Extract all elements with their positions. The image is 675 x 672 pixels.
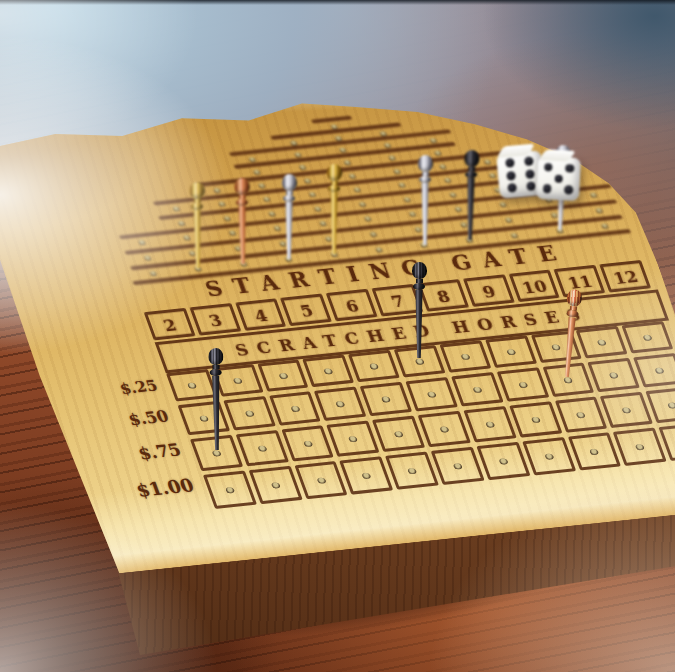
track-hole-h6-s4[interactable]: [308, 192, 316, 197]
track-hole-h6-s7[interactable]: [294, 152, 302, 157]
track-hole-h3-s3[interactable]: [178, 221, 186, 226]
track-hole-h7-s4[interactable]: [353, 187, 361, 192]
scratch-cell-$1.00-h9[interactable]: [522, 437, 576, 475]
horse-peg-black-7-scratched[interactable]: [410, 262, 428, 358]
track-hole-h10-s1[interactable]: [505, 217, 513, 222]
peg-hole: [316, 477, 326, 484]
peg-hole: [415, 358, 425, 365]
peg-head: [189, 182, 204, 199]
peg-stem: [420, 183, 430, 245]
cost-label-$.50: $.50: [126, 407, 171, 429]
track-hole-h9-s6[interactable]: [434, 150, 442, 155]
track-hole-h8-s4[interactable]: [399, 182, 407, 187]
track-hole-h9-s4[interactable]: [444, 178, 452, 183]
track-hole-h7-s1[interactable]: [370, 232, 378, 237]
scratch-cell-$.50-h8[interactable]: [451, 372, 504, 406]
track-hole-h8-s3[interactable]: [404, 197, 412, 202]
die-pip: [564, 185, 573, 194]
track-hole-h10-s2[interactable]: [500, 202, 508, 207]
cost-label-$.75: $.75: [135, 440, 183, 464]
scratch-cell-$.50-h11[interactable]: [588, 358, 641, 392]
peg-hole: [622, 407, 632, 414]
peg-hole: [518, 382, 528, 389]
track-hole-h5-s3[interactable]: [268, 211, 276, 216]
peg-hole: [225, 487, 235, 494]
die-pip: [506, 170, 516, 180]
peg-bead: [283, 195, 295, 202]
scratch-cell-$1.00-h10[interactable]: [568, 433, 622, 471]
scratch-cell-$1.00-h5[interactable]: [340, 457, 394, 495]
die-pip: [565, 164, 574, 173]
peg-hole: [453, 463, 463, 470]
peg-stem: [211, 376, 222, 450]
scratch-cell-$.25-h11[interactable]: [576, 326, 628, 359]
track-hole-h6-s6[interactable]: [298, 164, 306, 169]
scratch-cell-$.75-h11[interactable]: [600, 392, 653, 428]
gate-number-9: 9: [463, 274, 515, 306]
scratch-cell-$.25-h8[interactable]: [439, 340, 491, 373]
die-pip: [544, 163, 553, 172]
track-hole-h4-s4[interactable]: [218, 201, 226, 206]
scratch-cell-$.25-h5[interactable]: [303, 355, 355, 388]
die-pip: [543, 184, 552, 193]
peg-hole: [290, 406, 300, 413]
gate-number-10: 10: [508, 270, 560, 302]
peg-hole: [407, 467, 417, 474]
die-pip: [525, 169, 535, 179]
track-hole-h6-s5[interactable]: [303, 178, 311, 183]
cost-label-$1.00: $1.00: [133, 474, 196, 500]
track-hole-h8-s6[interactable]: [389, 155, 397, 160]
gate-number-3: 3: [189, 303, 241, 335]
scratch-cell-$.75-h10[interactable]: [555, 397, 608, 433]
horse-peg-silver-5-gate[interactable]: [280, 174, 298, 259]
peg-hole: [472, 386, 482, 393]
track-hole-h4-s5[interactable]: [213, 187, 221, 192]
scratch-cell-$.50-h5[interactable]: [314, 387, 367, 421]
scratch-cell-$.50-h6[interactable]: [360, 382, 413, 416]
peg-hole: [244, 410, 254, 417]
track-step-line: [311, 116, 352, 124]
scratch-cell-$.75-h5[interactable]: [327, 421, 380, 457]
peg-stem: [414, 290, 424, 358]
scratch-cell-$1.00-h8[interactable]: [476, 442, 530, 480]
peg-stem: [465, 178, 476, 240]
track-hole-h8-s7[interactable]: [384, 142, 392, 147]
scratch-cell-$.50-h12[interactable]: [633, 353, 675, 387]
scratch-cell-$.25-h9[interactable]: [485, 335, 537, 368]
peg-hole: [381, 396, 391, 403]
scratch-cell-$.75-h8[interactable]: [463, 406, 516, 442]
peg-hole: [439, 426, 449, 433]
peg-hole: [642, 334, 652, 341]
die-pip: [507, 183, 517, 193]
peg-head: [566, 289, 582, 307]
track-hole-h5-s7[interactable]: [248, 156, 256, 161]
horse-peg-gold-3-gate[interactable]: [188, 182, 207, 268]
track-hole-h7-s2[interactable]: [364, 216, 372, 221]
peg-hole: [531, 416, 541, 423]
die-pip: [527, 181, 537, 191]
peg-hole: [278, 372, 288, 379]
track-hole-h9-s3[interactable]: [449, 192, 457, 197]
peg-hole: [667, 402, 675, 409]
track-hole-h7-s6[interactable]: [343, 159, 351, 164]
track-hole-h5-s4[interactable]: [263, 197, 271, 202]
peg-hole: [323, 368, 333, 375]
gate-number-5: 5: [280, 294, 332, 326]
peg-hole: [336, 401, 346, 408]
scratch-cell-$1.00-h11[interactable]: [613, 428, 667, 466]
track-hole-h2-s0[interactable]: [149, 271, 157, 276]
track-hole-h3-s4[interactable]: [173, 206, 181, 211]
peg-stem: [192, 210, 203, 268]
die-top-face: [538, 149, 576, 161]
peg-bead: [566, 310, 579, 318]
peg-hole: [576, 412, 586, 419]
track-hole-h10-s0[interactable]: [511, 233, 519, 238]
die-pip: [505, 158, 515, 168]
track-hole-h12-s1[interactable]: [596, 208, 604, 213]
peg-head: [418, 155, 433, 172]
peg-stem: [562, 317, 577, 378]
peg-head: [464, 150, 479, 167]
scratch-cell-$.25-h6[interactable]: [348, 350, 400, 383]
track-hole-h5-s5[interactable]: [258, 183, 266, 188]
peg-hole: [348, 436, 358, 443]
peg-head: [282, 174, 297, 191]
track-hole-h9-s7[interactable]: [429, 137, 437, 142]
peg-stem: [284, 202, 294, 259]
track-hole-h7-s7[interactable]: [339, 147, 347, 152]
peg-hole: [427, 391, 437, 398]
peg-hole: [485, 421, 495, 428]
track-hole-h2-s1[interactable]: [144, 255, 152, 260]
scratch-cell-$.75-h9[interactable]: [509, 402, 562, 438]
die-pip: [554, 174, 563, 183]
peg-hole: [460, 353, 470, 360]
scratch-cell-$.75-h7[interactable]: [418, 411, 471, 447]
scratch-cell-$.50-h7[interactable]: [405, 377, 458, 412]
horse-peg-black-9-gate[interactable]: [461, 150, 481, 240]
peg-hole: [362, 472, 372, 479]
track-hole-h12-s0[interactable]: [601, 223, 609, 228]
horse-peg-silver-8-gate[interactable]: [416, 155, 434, 245]
peg-hole: [232, 377, 242, 384]
scratch-cell-$.75-h4[interactable]: [281, 426, 334, 462]
scratch-cell-$.25-h4[interactable]: [257, 359, 309, 392]
peg-hole: [498, 458, 508, 465]
peg-bead: [419, 176, 431, 183]
peg-hole: [563, 377, 573, 384]
peg-head: [234, 178, 249, 195]
peg-hole: [597, 339, 607, 346]
peg-stem: [237, 206, 248, 264]
track-hole-h8-s8[interactable]: [380, 131, 388, 136]
peg-hole: [655, 367, 665, 374]
scratch-cell-$.25-h12[interactable]: [622, 321, 674, 354]
gate-number-12: 12: [599, 260, 651, 292]
track-hole-h6-s3[interactable]: [313, 206, 321, 211]
peg-bead: [465, 171, 477, 178]
track-hole-h2-s2[interactable]: [138, 240, 146, 245]
track-hole-h7-s8[interactable]: [335, 135, 343, 140]
track-hole-h10-s4[interactable]: [489, 173, 497, 178]
track-hole-h8-s5[interactable]: [393, 168, 401, 173]
peg-head: [412, 262, 427, 279]
peg-bead: [413, 283, 425, 290]
peg-bead: [191, 203, 203, 210]
peg-stem: [329, 192, 339, 254]
die-showing-5[interactable]: [536, 156, 581, 201]
peg-hole: [394, 431, 404, 438]
scratch-cell-$1.00-h6[interactable]: [385, 452, 439, 490]
scratch-cell-$.50-h4[interactable]: [269, 392, 322, 427]
horse-peg-copper-4-gate[interactable]: [233, 178, 252, 264]
scratch-cell-$1.00-h3[interactable]: [249, 466, 303, 504]
peg-bead: [328, 185, 340, 192]
peg-hole: [187, 382, 197, 389]
track-hole-h7-s3[interactable]: [359, 202, 367, 207]
track-hole-h6-s8[interactable]: [289, 140, 297, 145]
track-hole-h4-s3[interactable]: [223, 216, 231, 221]
peg-hole: [212, 450, 222, 457]
die-pip: [524, 156, 534, 166]
track-hole-h9-s5[interactable]: [439, 164, 447, 169]
scratch-cell-$.50-h9[interactable]: [497, 368, 550, 402]
scratch-cell-$1.00-h7[interactable]: [431, 447, 485, 485]
peg-hole: [589, 448, 599, 455]
peg-hole: [544, 453, 554, 460]
peg-hole: [506, 348, 516, 355]
track-hole-h10-s5[interactable]: [484, 159, 492, 164]
peg-hole: [369, 363, 379, 370]
gate-number-6: 6: [326, 289, 378, 321]
track-hole-h12-s2[interactable]: [590, 192, 598, 197]
track-hole-h5-s6[interactable]: [253, 169, 261, 174]
peg-head: [208, 348, 223, 365]
scratch-cell-$.75-h6[interactable]: [372, 416, 425, 452]
horse-race-game-photo: STARTING GATE 23456789101112 SCRATCHED H…: [0, 0, 675, 672]
peg-hole: [635, 444, 645, 451]
peg-hole: [257, 445, 267, 452]
scratch-cell-$.50-h3[interactable]: [223, 396, 276, 430]
gate-number-2: 2: [144, 308, 196, 340]
cost-label-$.25: $.25: [117, 377, 160, 398]
horse-peg-gold-6-gate[interactable]: [325, 164, 343, 254]
peg-hole: [270, 482, 280, 489]
horse-peg-black-2-scratched[interactable]: [206, 348, 226, 450]
scratch-cell-$.75-h3[interactable]: [236, 430, 289, 466]
peg-head: [327, 164, 342, 181]
scratch-cell-$1.00-h4[interactable]: [294, 461, 348, 499]
gate-number-4: 4: [235, 298, 287, 330]
photo-top-edge: [0, 0, 675, 5]
peg-hole: [609, 372, 619, 379]
track-hole-h7-s0[interactable]: [375, 247, 383, 252]
peg-bead: [236, 199, 248, 206]
scratch-cell-$1.00-h2[interactable]: [203, 471, 257, 509]
track-hole-h7-s5[interactable]: [348, 173, 356, 178]
peg-hole: [303, 440, 313, 447]
peg-bead: [210, 369, 222, 376]
